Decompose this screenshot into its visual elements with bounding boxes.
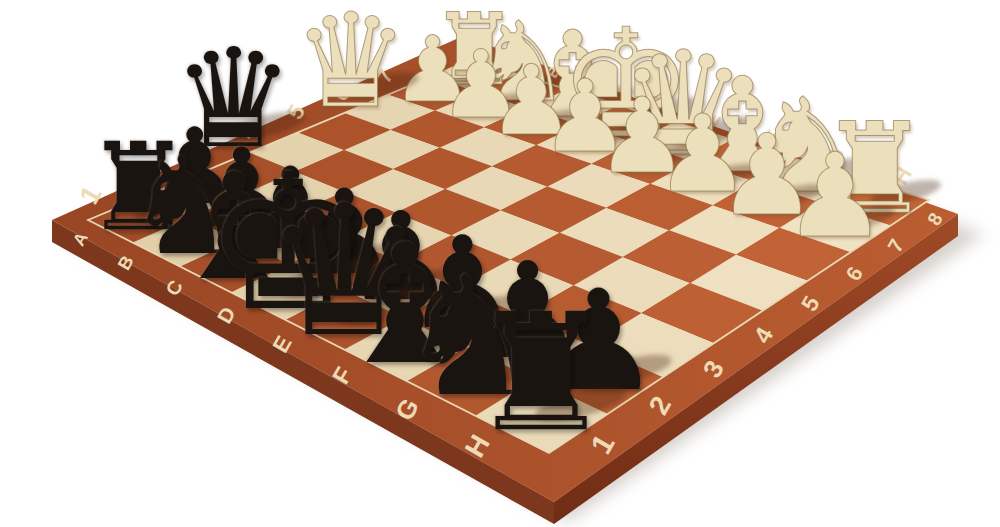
piece-white-queen-spare-rim: ♛ bbox=[286, 0, 416, 126]
chess-set-product-photo: AA11BB22CC33DD44EE55FF66GG77HH88 ♜♞♝♚♛♝♞… bbox=[0, 0, 1000, 527]
piece-black-rook-h1: ♜ bbox=[460, 292, 622, 454]
piece-white-pawn-h7: ♟ bbox=[777, 138, 893, 254]
pieces-layer: ♜♞♝♚♛♝♞♜♟♟♟♟♟♟♟♟♜♞♝♚♛♝♞♜♟♟♟♟♟♟♟♟♛♛ bbox=[0, 0, 1000, 527]
